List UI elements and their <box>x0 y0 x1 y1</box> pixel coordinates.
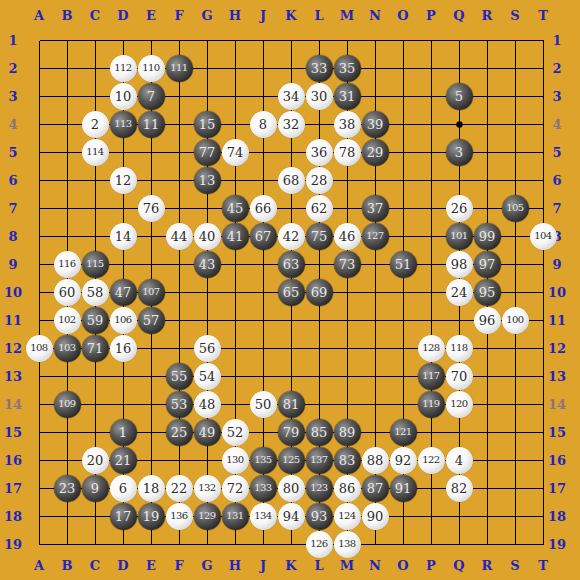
stone-black-43[interactable]: 43 <box>194 251 221 278</box>
stone-white-14[interactable]: 14 <box>110 223 137 250</box>
stone-black-121[interactable]: 121 <box>390 419 417 446</box>
move-number: 123 <box>310 483 327 493</box>
stone-black-45[interactable]: 45 <box>222 195 249 222</box>
stone-black-89[interactable]: 89 <box>334 419 361 446</box>
stone-white-82[interactable]: 82 <box>446 475 473 502</box>
move-number: 48 <box>199 398 216 411</box>
move-number: 128 <box>422 343 439 353</box>
coordinate-label: 15 <box>4 425 22 440</box>
move-number: 104 <box>534 231 551 241</box>
coordinate-label: D <box>117 558 128 573</box>
stone-white-68[interactable]: 68 <box>278 167 305 194</box>
stone-black-35[interactable]: 35 <box>334 55 361 82</box>
coordinate-label: 17 <box>4 481 22 496</box>
coordinate-label: G <box>201 558 212 573</box>
move-number: 9 <box>91 482 99 495</box>
move-number: 131 <box>226 511 243 521</box>
move-number: 83 <box>339 454 356 467</box>
stone-black-51[interactable]: 51 <box>390 251 417 278</box>
stone-white-72[interactable]: 72 <box>222 475 249 502</box>
stone-white-92[interactable]: 92 <box>390 447 417 474</box>
move-number: 42 <box>283 230 300 243</box>
move-number: 115 <box>86 259 103 269</box>
coordinate-label: R <box>482 558 493 573</box>
coordinate-label: 16 <box>4 453 22 468</box>
coordinate-label: 13 <box>4 369 22 384</box>
coordinate-label: E <box>146 8 156 23</box>
stone-black-85[interactable]: 85 <box>306 419 333 446</box>
stone-white-42[interactable]: 42 <box>278 223 305 250</box>
coordinate-label: P <box>426 8 436 23</box>
move-number: 124 <box>338 511 355 521</box>
stone-black-69[interactable]: 69 <box>306 279 333 306</box>
stone-white-76[interactable]: 76 <box>138 195 165 222</box>
stone-black-71[interactable]: 71 <box>82 335 109 362</box>
coordinate-label: F <box>174 8 183 23</box>
stone-white-122[interactable]: 122 <box>418 447 445 474</box>
move-number: 35 <box>339 62 356 75</box>
coordinate-label: 6 <box>8 173 17 188</box>
stone-white-48[interactable]: 48 <box>194 391 221 418</box>
move-number: 72 <box>227 482 244 495</box>
go-game-record-screen: ABCDEFGHJKLMNOPQRST ABCDEFGHJKLMNOPQRST … <box>0 0 580 580</box>
stone-black-123[interactable]: 123 <box>306 475 333 502</box>
move-number: 36 <box>311 146 328 159</box>
stone-black-41[interactable]: 41 <box>222 223 249 250</box>
move-number: 125 <box>282 455 299 465</box>
stone-black-25[interactable]: 25 <box>166 419 193 446</box>
move-number: 91 <box>395 482 412 495</box>
coordinate-label: H <box>229 8 241 23</box>
stone-white-36[interactable]: 36 <box>306 139 333 166</box>
coordinate-label: L <box>314 8 323 23</box>
stone-black-77[interactable]: 77 <box>194 139 221 166</box>
move-number: 71 <box>87 342 104 355</box>
move-number: 19 <box>143 510 160 523</box>
coordinate-label: B <box>62 558 73 573</box>
move-number: 39 <box>367 118 384 131</box>
move-number: 30 <box>311 90 328 103</box>
move-number: 78 <box>339 146 356 159</box>
coordinate-label: J <box>260 558 266 573</box>
stone-white-136[interactable]: 136 <box>166 503 193 530</box>
stone-white-78[interactable]: 78 <box>334 139 361 166</box>
stone-black-17[interactable]: 17 <box>110 503 137 530</box>
move-number: 62 <box>311 202 328 215</box>
move-number: 31 <box>339 90 356 103</box>
stone-black-13[interactable]: 13 <box>194 167 221 194</box>
stone-black-9[interactable]: 9 <box>82 475 109 502</box>
move-number: 8 <box>259 118 267 131</box>
stone-black-91[interactable]: 91 <box>390 475 417 502</box>
move-number: 70 <box>451 370 468 383</box>
stone-white-56[interactable]: 56 <box>194 335 221 362</box>
move-number: 99 <box>479 230 496 243</box>
move-number: 96 <box>479 314 496 327</box>
stone-white-118[interactable]: 118 <box>446 335 473 362</box>
move-number: 32 <box>283 118 300 131</box>
move-number: 92 <box>395 454 412 467</box>
stone-white-62[interactable]: 62 <box>306 195 333 222</box>
move-number: 20 <box>87 454 104 467</box>
move-number: 120 <box>450 399 467 409</box>
stone-white-50[interactable]: 50 <box>250 391 277 418</box>
coordinate-label: D <box>117 8 128 23</box>
coordinate-label: J <box>260 8 266 23</box>
stone-white-40[interactable]: 40 <box>194 223 221 250</box>
coordinate-label: K <box>285 8 296 23</box>
stone-white-34[interactable]: 34 <box>278 83 305 110</box>
move-number: 68 <box>283 174 300 187</box>
stone-black-131[interactable]: 131 <box>222 503 249 530</box>
coordinate-label: S <box>510 8 519 23</box>
stone-black-107[interactable]: 107 <box>138 279 165 306</box>
move-number: 75 <box>311 230 328 243</box>
coordinate-label: 11 <box>4 313 22 328</box>
move-number: 28 <box>311 174 328 187</box>
stone-white-20[interactable]: 20 <box>82 447 109 474</box>
move-number: 102 <box>58 315 75 325</box>
stone-black-33[interactable]: 33 <box>306 55 333 82</box>
stone-black-95[interactable]: 95 <box>474 279 501 306</box>
stone-white-8[interactable]: 8 <box>250 111 277 138</box>
move-number: 47 <box>115 286 132 299</box>
move-number: 76 <box>143 202 160 215</box>
coordinate-label: O <box>397 8 408 23</box>
move-number: 98 <box>451 258 468 271</box>
move-number: 12 <box>115 174 132 187</box>
stone-black-19[interactable]: 19 <box>138 503 165 530</box>
coordinate-label: 5 <box>8 145 17 160</box>
stone-black-55[interactable]: 55 <box>166 363 193 390</box>
stone-white-134[interactable]: 134 <box>250 503 277 530</box>
stone-black-7[interactable]: 7 <box>138 83 165 110</box>
coordinate-label: T <box>538 8 548 23</box>
stone-white-24[interactable]: 24 <box>446 279 473 306</box>
stone-white-138[interactable]: 138 <box>334 531 361 558</box>
coordinate-label: 12 <box>4 341 22 356</box>
stone-black-31[interactable]: 31 <box>334 83 361 110</box>
stone-black-115[interactable]: 115 <box>82 251 109 278</box>
move-number: 25 <box>171 426 188 439</box>
coordinate-label: 14 <box>4 397 22 412</box>
stone-black-129[interactable]: 129 <box>194 503 221 530</box>
stone-black-57[interactable]: 57 <box>138 307 165 334</box>
stone-white-114[interactable]: 114 <box>82 139 109 166</box>
move-number: 38 <box>339 118 356 131</box>
stone-white-28[interactable]: 28 <box>306 167 333 194</box>
stone-white-70[interactable]: 70 <box>446 363 473 390</box>
move-number: 66 <box>255 202 272 215</box>
move-number: 129 <box>198 511 215 521</box>
stone-black-21[interactable]: 21 <box>110 447 137 474</box>
move-number: 40 <box>199 230 216 243</box>
stone-black-29[interactable]: 29 <box>362 139 389 166</box>
move-number: 53 <box>171 398 188 411</box>
move-number: 80 <box>283 482 300 495</box>
stone-white-124[interactable]: 124 <box>334 503 361 530</box>
stone-black-75[interactable]: 75 <box>306 223 333 250</box>
stone-white-94[interactable]: 94 <box>278 503 305 530</box>
stone-black-109[interactable]: 109 <box>54 391 81 418</box>
coordinate-label: C <box>90 8 100 23</box>
move-number: 33 <box>311 62 328 75</box>
move-number: 11 <box>143 118 160 131</box>
move-number: 14 <box>115 230 132 243</box>
stone-white-22[interactable]: 22 <box>166 475 193 502</box>
stone-black-87[interactable]: 87 <box>362 475 389 502</box>
move-number: 119 <box>422 399 439 409</box>
move-number: 134 <box>254 511 271 521</box>
stone-white-60[interactable]: 60 <box>54 279 81 306</box>
move-number: 17 <box>115 510 132 523</box>
move-number: 130 <box>226 455 243 465</box>
move-number: 135 <box>254 455 271 465</box>
move-number: 2 <box>91 118 99 131</box>
move-number: 22 <box>171 482 188 495</box>
move-number: 51 <box>395 258 412 271</box>
stone-white-18[interactable]: 18 <box>138 475 165 502</box>
coordinate-label: 10 <box>4 285 22 300</box>
coordinate-label: A <box>34 558 44 573</box>
stone-black-15[interactable]: 15 <box>194 111 221 138</box>
move-number: 16 <box>115 342 132 355</box>
stone-white-4[interactable]: 4 <box>446 447 473 474</box>
stone-black-39[interactable]: 39 <box>362 111 389 138</box>
stone-black-81[interactable]: 81 <box>278 391 305 418</box>
move-number: 95 <box>479 286 496 299</box>
stone-white-6[interactable]: 6 <box>110 475 137 502</box>
stone-black-93[interactable]: 93 <box>306 503 333 530</box>
move-number: 86 <box>339 482 356 495</box>
stone-white-104[interactable]: 104 <box>530 223 557 250</box>
move-number: 60 <box>59 286 76 299</box>
coordinate-label: 18 <box>4 509 22 524</box>
move-number: 114 <box>86 147 103 157</box>
coordinate-label: 2 <box>8 61 17 76</box>
coordinate-label: 4 <box>8 117 17 132</box>
coordinate-label: M <box>340 558 354 573</box>
stone-white-38[interactable]: 38 <box>334 111 361 138</box>
move-number: 43 <box>199 258 216 271</box>
stone-black-101[interactable]: 101 <box>446 223 473 250</box>
move-number: 18 <box>143 482 160 495</box>
move-number: 6 <box>119 482 127 495</box>
coordinate-label: 1 <box>8 33 17 48</box>
stone-white-110[interactable]: 110 <box>138 55 165 82</box>
stone-white-112[interactable]: 112 <box>110 55 137 82</box>
stone-white-54[interactable]: 54 <box>194 363 221 390</box>
goban[interactable]: 1234567891011121314151617181920212223242… <box>25 26 557 558</box>
coordinate-label: 7 <box>8 201 17 216</box>
stone-black-37[interactable]: 37 <box>362 195 389 222</box>
move-number: 65 <box>283 286 300 299</box>
move-number: 118 <box>450 343 467 353</box>
coordinate-label: L <box>314 558 323 573</box>
stone-white-90[interactable]: 90 <box>362 503 389 530</box>
coordinate-label: M <box>340 8 354 23</box>
stone-black-23[interactable]: 23 <box>54 475 81 502</box>
coordinate-label: O <box>397 558 408 573</box>
stone-white-16[interactable]: 16 <box>110 335 137 362</box>
stone-white-46[interactable]: 46 <box>334 223 361 250</box>
move-number: 121 <box>394 427 411 437</box>
stone-black-59[interactable]: 59 <box>82 307 109 334</box>
stone-white-98[interactable]: 98 <box>446 251 473 278</box>
coordinate-label: K <box>285 558 296 573</box>
move-number: 108 <box>30 343 47 353</box>
move-number: 54 <box>199 370 216 383</box>
move-number: 116 <box>58 259 75 269</box>
move-number: 77 <box>199 146 216 159</box>
move-number: 103 <box>58 343 75 353</box>
stone-black-3[interactable]: 3 <box>446 139 473 166</box>
move-number: 67 <box>255 230 272 243</box>
coordinate-label: B <box>62 8 73 23</box>
stone-white-32[interactable]: 32 <box>278 111 305 138</box>
stone-black-117[interactable]: 117 <box>418 363 445 390</box>
move-number: 133 <box>254 483 271 493</box>
move-number: 90 <box>367 510 384 523</box>
move-number: 88 <box>367 454 384 467</box>
move-number: 81 <box>283 398 300 411</box>
stone-white-120[interactable]: 120 <box>446 391 473 418</box>
stone-black-5[interactable]: 5 <box>446 83 473 110</box>
move-number: 132 <box>198 483 215 493</box>
stone-black-73[interactable]: 73 <box>334 251 361 278</box>
move-number: 113 <box>114 119 131 129</box>
stone-white-12[interactable]: 12 <box>110 167 137 194</box>
move-number: 57 <box>143 314 160 327</box>
move-number: 23 <box>59 482 76 495</box>
stone-black-53[interactable]: 53 <box>166 391 193 418</box>
move-number: 117 <box>422 371 439 381</box>
move-number: 97 <box>479 258 496 271</box>
move-number: 89 <box>339 426 356 439</box>
stone-white-2[interactable]: 2 <box>82 111 109 138</box>
move-number: 55 <box>171 370 188 383</box>
move-number: 112 <box>114 63 131 73</box>
coordinate-label: Q <box>453 8 464 23</box>
move-number: 74 <box>227 146 244 159</box>
coordinate-label: N <box>369 558 381 573</box>
coordinate-label: G <box>201 8 212 23</box>
stone-black-65[interactable]: 65 <box>278 279 305 306</box>
stone-white-100[interactable]: 100 <box>502 307 529 334</box>
stone-white-58[interactable]: 58 <box>82 279 109 306</box>
move-number: 94 <box>283 510 300 523</box>
coordinate-label: F <box>174 558 183 573</box>
stone-black-11[interactable]: 11 <box>138 111 165 138</box>
stone-black-49[interactable]: 49 <box>194 419 221 446</box>
stone-white-30[interactable]: 30 <box>306 83 333 110</box>
stone-white-88[interactable]: 88 <box>362 447 389 474</box>
move-number: 56 <box>199 342 216 355</box>
move-number: 59 <box>87 314 104 327</box>
stone-black-113[interactable]: 113 <box>110 111 137 138</box>
stone-white-44[interactable]: 44 <box>166 223 193 250</box>
stone-white-132[interactable]: 132 <box>194 475 221 502</box>
stone-black-133[interactable]: 133 <box>250 475 277 502</box>
coordinate-label: C <box>90 558 100 573</box>
stone-white-126[interactable]: 126 <box>306 531 333 558</box>
stone-white-80[interactable]: 80 <box>278 475 305 502</box>
stone-black-105[interactable]: 105 <box>502 195 529 222</box>
move-number: 24 <box>451 286 468 299</box>
stone-black-127[interactable]: 127 <box>362 223 389 250</box>
coordinate-label: E <box>146 558 156 573</box>
stone-white-128[interactable]: 128 <box>418 335 445 362</box>
move-number: 10 <box>115 90 132 103</box>
move-number: 111 <box>170 63 187 73</box>
stone-white-108[interactable]: 108 <box>26 335 53 362</box>
stone-black-83[interactable]: 83 <box>334 447 361 474</box>
stone-white-26[interactable]: 26 <box>446 195 473 222</box>
move-number: 4 <box>455 454 463 467</box>
move-number: 110 <box>142 63 159 73</box>
coordinate-label: S <box>510 558 519 573</box>
move-number: 7 <box>147 90 155 103</box>
stone-black-63[interactable]: 63 <box>278 251 305 278</box>
stone-black-97[interactable]: 97 <box>474 251 501 278</box>
move-number: 122 <box>422 455 439 465</box>
stone-black-111[interactable]: 111 <box>166 55 193 82</box>
move-number: 82 <box>451 482 468 495</box>
coordinate-label: 8 <box>8 229 17 244</box>
move-number: 105 <box>506 203 523 213</box>
move-number: 79 <box>283 426 300 439</box>
stone-black-47[interactable]: 47 <box>110 279 137 306</box>
stone-white-74[interactable]: 74 <box>222 139 249 166</box>
stones-layer: 1234567891011121314151617181920212223242… <box>25 26 557 558</box>
stone-white-106[interactable]: 106 <box>110 307 137 334</box>
move-number: 138 <box>338 539 355 549</box>
stone-white-10[interactable]: 10 <box>110 83 137 110</box>
stone-black-67[interactable]: 67 <box>250 223 277 250</box>
stone-black-135[interactable]: 135 <box>250 447 277 474</box>
stone-white-96[interactable]: 96 <box>474 307 501 334</box>
stone-white-130[interactable]: 130 <box>222 447 249 474</box>
stone-black-79[interactable]: 79 <box>278 419 305 446</box>
move-number: 136 <box>170 511 187 521</box>
move-number: 3 <box>455 146 463 159</box>
move-number: 63 <box>283 258 300 271</box>
move-number: 100 <box>506 315 523 325</box>
stone-white-86[interactable]: 86 <box>334 475 361 502</box>
stone-white-116[interactable]: 116 <box>54 251 81 278</box>
coordinate-label: A <box>34 8 44 23</box>
coordinate-label: 19 <box>4 537 22 552</box>
stone-black-99[interactable]: 99 <box>474 223 501 250</box>
move-number: 73 <box>339 258 356 271</box>
move-number: 45 <box>227 202 244 215</box>
move-number: 5 <box>455 90 463 103</box>
move-number: 107 <box>142 287 159 297</box>
stone-white-52[interactable]: 52 <box>222 419 249 446</box>
stone-black-1[interactable]: 1 <box>110 419 137 446</box>
stone-black-125[interactable]: 125 <box>278 447 305 474</box>
stone-black-137[interactable]: 137 <box>306 447 333 474</box>
stone-black-103[interactable]: 103 <box>54 335 81 362</box>
coordinate-label: N <box>369 8 381 23</box>
move-number: 29 <box>367 146 384 159</box>
move-number: 21 <box>115 454 132 467</box>
stone-black-119[interactable]: 119 <box>418 391 445 418</box>
stone-white-66[interactable]: 66 <box>250 195 277 222</box>
move-number: 69 <box>311 286 328 299</box>
coordinate-label: P <box>426 558 436 573</box>
stone-white-102[interactable]: 102 <box>54 307 81 334</box>
